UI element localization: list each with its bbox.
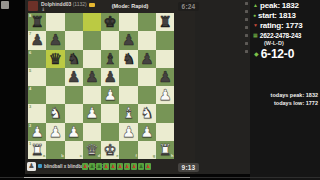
square-e2[interactable]: [101, 123, 119, 141]
todays-low: todays low: 1772: [250, 99, 318, 107]
square-c5[interactable]: ♟: [65, 68, 83, 86]
square-d7[interactable]: [83, 31, 101, 49]
piece-white-bishop[interactable]: ♝: [122, 104, 135, 122]
down-arrow-icon: ▼: [253, 23, 258, 28]
square-b6[interactable]: ♛: [46, 50, 64, 68]
captured-pieces: ♝: [41, 7, 45, 12]
square-b3[interactable]: ♞: [46, 104, 64, 122]
square-c3[interactable]: [65, 104, 83, 122]
piece-white-rook[interactable]: ♜: [30, 141, 43, 159]
title-badge-icon: [38, 164, 42, 168]
square-e8[interactable]: ♚: [101, 13, 119, 31]
record-value: 2622-2478-243: [260, 32, 302, 39]
game-result-5-loss: ♟: [110, 163, 116, 170]
rank-label-8: 8: [29, 14, 31, 18]
stat-rating: ▼ rating:1773: [250, 20, 320, 30]
rank-label-5: 5: [29, 69, 31, 73]
piece-white-pawn[interactable]: ♟: [49, 123, 62, 141]
file-label-d: d: [98, 154, 100, 158]
file-label-a: a: [43, 154, 45, 158]
square-f5[interactable]: [119, 68, 137, 86]
piece-white-pawn[interactable]: ♟: [159, 86, 172, 104]
square-d6[interactable]: [83, 50, 101, 68]
square-f6[interactable]: ♞: [119, 50, 137, 68]
file-label-b: b: [61, 154, 63, 158]
square-f4[interactable]: [119, 86, 137, 104]
square-f1[interactable]: f: [119, 141, 137, 159]
start-value: 1813: [279, 11, 296, 20]
square-c1[interactable]: c: [65, 141, 83, 159]
file-label-f: f: [135, 154, 136, 158]
square-a3[interactable]: 3: [28, 104, 46, 122]
piece-black-bishop[interactable]: ♝: [104, 50, 117, 68]
square-g5[interactable]: [138, 68, 156, 86]
square-d8[interactable]: [83, 13, 101, 31]
corner-overlay-box: [1, 1, 9, 9]
square-b2[interactable]: ♟: [46, 123, 64, 141]
square-g2[interactable]: ♟: [138, 123, 156, 141]
start-label: start:: [258, 11, 277, 20]
square-h2[interactable]: [156, 123, 174, 141]
stream-frame: Dolphindd03 (1132) ♝ 6:24 8♜♚♜7♟♟♟6♛♞♝♞♟…: [0, 0, 320, 180]
square-c8[interactable]: [65, 13, 83, 31]
piece-white-pawn[interactable]: ♟: [140, 123, 153, 141]
game-result-10-loss: ♟: [145, 163, 151, 170]
stat-record: ▦ 2622-2478-243: [250, 30, 320, 40]
square-e4[interactable]: ♟: [101, 86, 119, 104]
square-b4[interactable]: [46, 86, 64, 104]
piece-black-pawn[interactable]: ♟: [140, 50, 153, 68]
peak-label: peak:: [260, 1, 280, 10]
file-label-e: e: [116, 154, 118, 158]
piece-white-pawn[interactable]: ♟: [30, 123, 43, 141]
piece-black-knight[interactable]: ♞: [67, 50, 80, 68]
rank-label-6: 6: [29, 51, 31, 55]
player-bar: ♟ blindball x blindball04 (1773) ♟♟♟♟♟♟♟…: [25, 160, 195, 174]
square-e5[interactable]: ♟: [101, 68, 119, 86]
piece-black-pawn[interactable]: ♟: [85, 68, 98, 86]
square-b5[interactable]: [46, 68, 64, 86]
rating-label: rating:: [260, 21, 284, 30]
square-e6[interactable]: ♝: [101, 50, 119, 68]
video-progress-lit: [24, 177, 190, 178]
square-c4[interactable]: [65, 86, 83, 104]
game-result-9-win: ♟: [138, 163, 144, 170]
piece-white-pawn[interactable]: ♟: [122, 123, 135, 141]
square-a4[interactable]: 4: [28, 86, 46, 104]
diamond-icon: ◆: [254, 51, 259, 57]
stat-peak: ▲ peak:1832: [250, 0, 320, 10]
piece-black-rook[interactable]: ♜: [30, 13, 43, 31]
square-d1[interactable]: d♛: [83, 141, 101, 159]
opponent-username[interactable]: Dolphindd03: [41, 1, 71, 7]
square-f3[interactable]: ♝: [119, 104, 137, 122]
today-record-value: 6-12-0: [261, 47, 295, 61]
square-d3[interactable]: ♟: [83, 104, 101, 122]
square-a2[interactable]: 2♟: [28, 123, 46, 141]
square-d5[interactable]: ♟: [83, 68, 101, 86]
square-h7[interactable]: [156, 31, 174, 49]
rank-label-1: 1: [29, 142, 31, 146]
panel-icon-2[interactable]: [245, 10, 248, 13]
square-d4[interactable]: [83, 86, 101, 104]
square-g4[interactable]: [138, 86, 156, 104]
square-e1[interactable]: e♚: [101, 141, 119, 159]
chess-app: Dolphindd03 (1132) ♝ 6:24 8♜♚♜7♟♟♟6♛♞♝♞♟…: [25, 0, 250, 174]
file-label-g: g: [153, 154, 155, 158]
piece-white-pawn[interactable]: ♟: [67, 123, 80, 141]
square-h6[interactable]: [156, 50, 174, 68]
rank-label-3: 3: [29, 105, 31, 109]
piece-black-pawn[interactable]: ♟: [67, 68, 80, 86]
peak-value: 1832: [282, 1, 299, 10]
rank-label-2: 2: [29, 124, 31, 128]
piece-black-pawn[interactable]: ♟: [49, 31, 62, 49]
piece-black-pawn[interactable]: ♟: [104, 68, 117, 86]
panel-icon-6[interactable]: [245, 42, 248, 45]
rating-value: 1773: [285, 21, 302, 30]
piece-black-pawn[interactable]: ♟: [30, 31, 43, 49]
game-result-8-loss: ♟: [131, 163, 137, 170]
square-f2[interactable]: ♟: [119, 123, 137, 141]
todays-stats: todays peak: 1832 todays low: 1772: [250, 91, 318, 107]
chess-board[interactable]: 8♜♚♜7♟♟♟6♛♞♝♞♟5♟♟♟♟4♟♟3♞♟♝♞2♟♟♟♟♟1a♜bcd♛…: [28, 13, 174, 159]
panel-icon-1[interactable]: [245, 2, 248, 5]
game-result-3-win: ♟: [96, 163, 102, 170]
square-f8[interactable]: [119, 13, 137, 31]
player-clock: 9:13: [178, 163, 199, 172]
piece-black-king[interactable]: ♚: [104, 13, 117, 31]
square-g7[interactable]: [138, 31, 156, 49]
game-result-7-loss: ♟: [124, 163, 130, 170]
piece-black-pawn[interactable]: ♟: [159, 68, 172, 86]
square-a6[interactable]: 6: [28, 50, 46, 68]
today-record: ◆ 6-12-0: [250, 47, 320, 61]
last-games-tracker: ♟♟♟♟♟♟♟♟♟♟: [82, 163, 151, 170]
stats-overlay: ▲ peak:1832 ● start:1813 ▼ rating:1773 ▦…: [250, 0, 320, 180]
piece-black-queen[interactable]: ♛: [49, 50, 62, 68]
square-b8[interactable]: [46, 13, 64, 31]
game-result-4-loss: ♟: [103, 163, 109, 170]
piece-white-king[interactable]: ♚: [104, 141, 117, 159]
opponent-clock: 6:24: [178, 2, 199, 11]
square-h1[interactable]: h♜: [156, 141, 174, 159]
piece-white-queen[interactable]: ♛: [85, 141, 98, 159]
square-h3[interactable]: [156, 104, 174, 122]
square-b7[interactable]: ♟: [46, 31, 64, 49]
piece-white-rook[interactable]: ♜: [159, 141, 172, 159]
square-a8[interactable]: 8♜: [28, 13, 46, 31]
side-panel: [195, 0, 250, 174]
piece-black-rook[interactable]: ♜: [159, 13, 172, 31]
piece-black-pawn[interactable]: ♟: [122, 31, 135, 49]
square-a5[interactable]: 5: [28, 68, 46, 86]
game-result-2-win: ♟: [89, 163, 95, 170]
player-avatar[interactable]: ♟: [27, 162, 36, 171]
membership-badge-icon: [89, 3, 95, 7]
square-e7[interactable]: [101, 31, 119, 49]
dot-icon: ●: [253, 13, 256, 18]
panel-icon-7[interactable]: [245, 50, 248, 53]
rank-label-7: 7: [29, 32, 31, 36]
file-label-c: c: [80, 154, 82, 158]
square-a1[interactable]: 1a♜: [28, 141, 46, 159]
square-d2[interactable]: [83, 123, 101, 141]
panel-icon-3[interactable]: [245, 18, 248, 21]
square-e3[interactable]: [101, 104, 119, 122]
square-c2[interactable]: ♟: [65, 123, 83, 141]
square-h8[interactable]: ♜: [156, 13, 174, 31]
panel-icon-4[interactable]: [245, 26, 248, 29]
opponent-rating: (1132): [73, 1, 87, 7]
square-b1[interactable]: b: [46, 141, 64, 159]
record-caption: (W-L-D): [250, 40, 320, 47]
grid-icon: ▦: [253, 33, 258, 38]
piece-white-knight[interactable]: ♞: [140, 104, 153, 122]
square-g3[interactable]: ♞: [138, 104, 156, 122]
square-h4[interactable]: ♟: [156, 86, 174, 104]
opponent-avatar[interactable]: [28, 1, 38, 11]
rank-label-4: 4: [29, 87, 31, 91]
square-h5[interactable]: ♟: [156, 68, 174, 86]
piece-white-pawn[interactable]: ♟: [85, 104, 98, 122]
game-result-6-loss: ♟: [117, 163, 123, 170]
todays-peak: todays peak: 1832: [250, 91, 318, 99]
file-label-h: h: [171, 154, 173, 158]
up-arrow-icon: ▲: [253, 3, 258, 8]
square-a7[interactable]: 7♟: [28, 31, 46, 49]
stat-start: ● start:1813: [250, 10, 320, 20]
piece-white-pawn[interactable]: ♟: [104, 86, 117, 104]
opponent-name[interactable]: Dolphindd03 (1132): [41, 1, 95, 7]
square-c6[interactable]: ♞: [65, 50, 83, 68]
square-f7[interactable]: ♟: [119, 31, 137, 49]
piece-black-knight[interactable]: ♞: [122, 50, 135, 68]
piece-white-knight[interactable]: ♞: [49, 104, 62, 122]
square-c7[interactable]: [65, 31, 83, 49]
game-result-1-loss: ♟: [82, 163, 88, 170]
video-progress-bar[interactable]: [0, 177, 320, 178]
square-g6[interactable]: ♟: [138, 50, 156, 68]
square-g8[interactable]: [138, 13, 156, 31]
mode-caption: (Mode: Rapid): [99, 3, 161, 9]
square-g1[interactable]: g: [138, 141, 156, 159]
panel-icon-5[interactable]: [245, 34, 248, 37]
